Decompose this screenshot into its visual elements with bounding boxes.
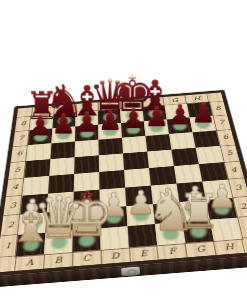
chess-board: ABCDEFGH ABCDEFGH 87654321 87654321 ♜♞♝♛… <box>0 90 247 277</box>
square-g5 <box>171 148 198 166</box>
scene: ABCDEFGH ABCDEFGH 87654321 87654321 ♜♞♝♛… <box>0 0 247 296</box>
piece-cream-knight: ♞ <box>134 185 206 237</box>
clasp-latch <box>120 267 139 277</box>
square-c5 <box>74 155 99 174</box>
piece-cream-queen: ♛ <box>22 192 94 246</box>
square-e5 <box>122 152 148 170</box>
square-b1: ♛ <box>43 231 72 255</box>
square-f5 <box>147 150 174 168</box>
square-d5 <box>98 153 123 172</box>
piece-red-pawn: ♟ <box>173 100 233 126</box>
square-b5 <box>49 157 74 176</box>
square-f1: ♞ <box>154 222 185 245</box>
product-photo: ABCDEFGH ABCDEFGH 87654321 87654321 ♜♞♝♛… <box>0 0 247 296</box>
square-a5 <box>24 159 50 178</box>
square-h5 <box>195 146 223 164</box>
coord-label: 5 <box>8 161 26 179</box>
